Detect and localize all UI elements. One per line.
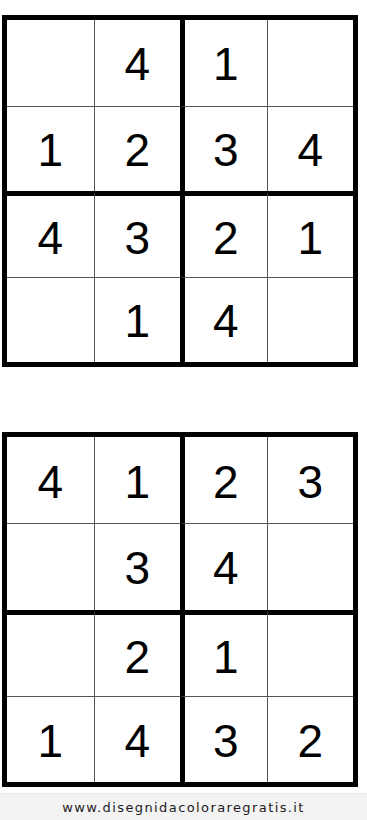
- puzzle-1-cell-r3c2[interactable]: 3: [94, 191, 181, 277]
- puzzle-2-cell-r3c4[interactable]: [267, 610, 354, 696]
- puzzle-2-cell-r1c2[interactable]: 1: [94, 437, 181, 523]
- puzzle-2-cell-r4c2[interactable]: 4: [94, 696, 181, 782]
- puzzle-1-cell-r4c3[interactable]: 4: [180, 277, 267, 363]
- printable-page: 411234432114 412334211432 www.disegnidac…: [0, 15, 367, 787]
- puzzle-1-cell-r1c4[interactable]: [267, 20, 354, 106]
- puzzle-2-cell-r3c3[interactable]: 1: [180, 610, 267, 696]
- website-url[interactable]: www.disegnidacoloraregratis.it: [62, 800, 305, 815]
- puzzle-1-cell-r4c2[interactable]: 1: [94, 277, 181, 363]
- puzzle-2-cell-r3c2[interactable]: 2: [94, 610, 181, 696]
- puzzle-2-cell-r1c1[interactable]: 4: [7, 437, 94, 523]
- puzzle-2-cell-r2c4[interactable]: [267, 523, 354, 609]
- puzzle-1-cell-r1c1[interactable]: [7, 20, 94, 106]
- puzzle-2-cell-r4c1[interactable]: 1: [7, 696, 94, 782]
- puzzle-1-cell-r2c3[interactable]: 3: [180, 106, 267, 192]
- puzzle-1-cell-r3c3[interactable]: 2: [180, 191, 267, 277]
- puzzle-2-cell-r3c1[interactable]: [7, 610, 94, 696]
- footer-watermark: www.disegnidacoloraregratis.it: [0, 793, 367, 820]
- puzzle-1-cell-r3c4[interactable]: 1: [267, 191, 354, 277]
- puzzle-1-cell-r2c4[interactable]: 4: [267, 106, 354, 192]
- puzzle-2-cell-r4c3[interactable]: 3: [180, 696, 267, 782]
- puzzle-1-cell-r1c3[interactable]: 1: [180, 20, 267, 106]
- puzzle-2-cell-r2c3[interactable]: 4: [180, 523, 267, 609]
- puzzle-1-cell-r2c1[interactable]: 1: [7, 106, 94, 192]
- puzzle-1-cell-r1c2[interactable]: 4: [94, 20, 181, 106]
- puzzle-2-cell-r2c1[interactable]: [7, 523, 94, 609]
- puzzle-1-cell-r4c4[interactable]: [267, 277, 354, 363]
- sudoku-grid-2: 412334211432: [2, 432, 358, 787]
- puzzle-2-cell-r2c2[interactable]: 3: [94, 523, 181, 609]
- puzzle-1-cell-r4c1[interactable]: [7, 277, 94, 363]
- puzzle-2-cell-r1c3[interactable]: 2: [180, 437, 267, 523]
- puzzle-1-cell-r2c2[interactable]: 2: [94, 106, 181, 192]
- sudoku-grid-1: 411234432114: [2, 15, 358, 367]
- puzzle-2-cell-r4c4[interactable]: 2: [267, 696, 354, 782]
- puzzle-2-cell-r1c4[interactable]: 3: [267, 437, 354, 523]
- puzzle-1-cell-r3c1[interactable]: 4: [7, 191, 94, 277]
